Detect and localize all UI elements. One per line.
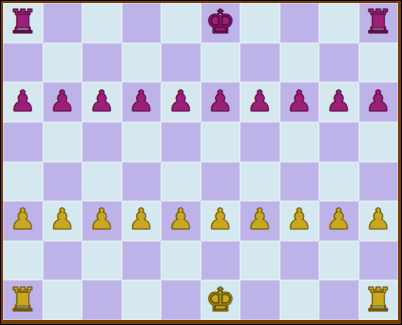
purple-pawn-piece[interactable]: ♟ bbox=[89, 87, 115, 116]
board-frame: ♜♚♜♟♟♟♟♟♟♟♟♟♟♟♟♟♟♟♟♟♟♟♟♜♚♜ bbox=[0, 0, 402, 325]
square-a1[interactable]: ♜ bbox=[3, 280, 43, 320]
square-b2[interactable] bbox=[43, 241, 83, 281]
square-c1[interactable] bbox=[82, 280, 122, 320]
square-a6[interactable]: ♟ bbox=[3, 82, 43, 122]
square-f5[interactable] bbox=[201, 122, 241, 162]
square-j6[interactable]: ♟ bbox=[359, 82, 399, 122]
square-b7[interactable] bbox=[43, 43, 83, 83]
square-i7[interactable] bbox=[319, 43, 359, 83]
square-c7[interactable] bbox=[82, 43, 122, 83]
square-j8[interactable]: ♜ bbox=[359, 3, 399, 43]
purple-king-piece[interactable]: ♚ bbox=[205, 5, 235, 38]
gold-pawn-piece[interactable]: ♟ bbox=[168, 205, 194, 234]
square-f6[interactable]: ♟ bbox=[201, 82, 241, 122]
gold-pawn-piece[interactable]: ♟ bbox=[247, 205, 273, 234]
square-g7[interactable] bbox=[240, 43, 280, 83]
square-b4[interactable] bbox=[43, 162, 83, 202]
gold-pawn-piece[interactable]: ♟ bbox=[365, 205, 391, 234]
square-d3[interactable]: ♟ bbox=[122, 201, 162, 241]
purple-pawn-piece[interactable]: ♟ bbox=[365, 87, 391, 116]
square-d6[interactable]: ♟ bbox=[122, 82, 162, 122]
square-d2[interactable] bbox=[122, 241, 162, 281]
square-i3[interactable]: ♟ bbox=[319, 201, 359, 241]
square-f8[interactable]: ♚ bbox=[201, 3, 241, 43]
square-g3[interactable]: ♟ bbox=[240, 201, 280, 241]
square-c5[interactable] bbox=[82, 122, 122, 162]
square-i5[interactable] bbox=[319, 122, 359, 162]
square-d5[interactable] bbox=[122, 122, 162, 162]
square-f1[interactable]: ♚ bbox=[201, 280, 241, 320]
square-a5[interactable] bbox=[3, 122, 43, 162]
square-j5[interactable] bbox=[359, 122, 399, 162]
square-g6[interactable]: ♟ bbox=[240, 82, 280, 122]
square-h2[interactable] bbox=[280, 241, 320, 281]
square-f2[interactable] bbox=[201, 241, 241, 281]
square-e8[interactable] bbox=[161, 3, 201, 43]
purple-pawn-piece[interactable]: ♟ bbox=[10, 87, 36, 116]
purple-pawn-piece[interactable]: ♟ bbox=[207, 87, 233, 116]
square-d1[interactable] bbox=[122, 280, 162, 320]
square-e7[interactable] bbox=[161, 43, 201, 83]
square-i8[interactable] bbox=[319, 3, 359, 43]
square-e5[interactable] bbox=[161, 122, 201, 162]
square-j3[interactable]: ♟ bbox=[359, 201, 399, 241]
square-c8[interactable] bbox=[82, 3, 122, 43]
square-g8[interactable] bbox=[240, 3, 280, 43]
square-d4[interactable] bbox=[122, 162, 162, 202]
square-a2[interactable] bbox=[3, 241, 43, 281]
square-g1[interactable] bbox=[240, 280, 280, 320]
square-h7[interactable] bbox=[280, 43, 320, 83]
square-i4[interactable] bbox=[319, 162, 359, 202]
square-a8[interactable]: ♜ bbox=[3, 3, 43, 43]
gold-pawn-piece[interactable]: ♟ bbox=[286, 205, 312, 234]
square-b1[interactable] bbox=[43, 280, 83, 320]
gold-pawn-piece[interactable]: ♟ bbox=[10, 205, 36, 234]
board-grid: ♜♚♜♟♟♟♟♟♟♟♟♟♟♟♟♟♟♟♟♟♟♟♟♜♚♜ bbox=[3, 3, 398, 320]
square-i2[interactable] bbox=[319, 241, 359, 281]
gold-rook-piece[interactable]: ♜ bbox=[8, 283, 38, 316]
square-c4[interactable] bbox=[82, 162, 122, 202]
square-h4[interactable] bbox=[280, 162, 320, 202]
square-e3[interactable]: ♟ bbox=[161, 201, 201, 241]
square-a3[interactable]: ♟ bbox=[3, 201, 43, 241]
purple-pawn-piece[interactable]: ♟ bbox=[286, 87, 312, 116]
square-e2[interactable] bbox=[161, 241, 201, 281]
square-e4[interactable] bbox=[161, 162, 201, 202]
square-a7[interactable] bbox=[3, 43, 43, 83]
purple-rook-piece[interactable]: ♜ bbox=[8, 5, 38, 38]
purple-pawn-piece[interactable]: ♟ bbox=[168, 87, 194, 116]
gold-pawn-piece[interactable]: ♟ bbox=[49, 205, 75, 234]
gold-pawn-piece[interactable]: ♟ bbox=[89, 205, 115, 234]
square-d7[interactable] bbox=[122, 43, 162, 83]
square-h3[interactable]: ♟ bbox=[280, 201, 320, 241]
square-f3[interactable]: ♟ bbox=[201, 201, 241, 241]
gold-pawn-piece[interactable]: ♟ bbox=[128, 205, 154, 234]
square-e1[interactable] bbox=[161, 280, 201, 320]
square-b8[interactable] bbox=[43, 3, 83, 43]
gold-pawn-piece[interactable]: ♟ bbox=[326, 205, 352, 234]
square-i6[interactable]: ♟ bbox=[319, 82, 359, 122]
square-j2[interactable] bbox=[359, 241, 399, 281]
square-e6[interactable]: ♟ bbox=[161, 82, 201, 122]
square-i1[interactable] bbox=[319, 280, 359, 320]
square-c3[interactable]: ♟ bbox=[82, 201, 122, 241]
square-b5[interactable] bbox=[43, 122, 83, 162]
purple-pawn-piece[interactable]: ♟ bbox=[128, 87, 154, 116]
square-h5[interactable] bbox=[280, 122, 320, 162]
square-d8[interactable] bbox=[122, 3, 162, 43]
square-j1[interactable]: ♜ bbox=[359, 280, 399, 320]
square-j4[interactable] bbox=[359, 162, 399, 202]
square-c6[interactable]: ♟ bbox=[82, 82, 122, 122]
square-b3[interactable]: ♟ bbox=[43, 201, 83, 241]
square-h6[interactable]: ♟ bbox=[280, 82, 320, 122]
square-b6[interactable]: ♟ bbox=[43, 82, 83, 122]
purple-pawn-piece[interactable]: ♟ bbox=[326, 87, 352, 116]
square-f7[interactable] bbox=[201, 43, 241, 83]
square-g5[interactable] bbox=[240, 122, 280, 162]
gold-king-piece[interactable]: ♚ bbox=[205, 283, 235, 316]
square-g4[interactable] bbox=[240, 162, 280, 202]
square-c2[interactable] bbox=[82, 241, 122, 281]
square-h1[interactable] bbox=[280, 280, 320, 320]
gold-pawn-piece[interactable]: ♟ bbox=[207, 205, 233, 234]
gold-rook-piece[interactable]: ♜ bbox=[363, 283, 393, 316]
square-a4[interactable] bbox=[3, 162, 43, 202]
square-g2[interactable] bbox=[240, 241, 280, 281]
square-j7[interactable] bbox=[359, 43, 399, 83]
square-f4[interactable] bbox=[201, 162, 241, 202]
purple-pawn-piece[interactable]: ♟ bbox=[49, 87, 75, 116]
purple-pawn-piece[interactable]: ♟ bbox=[247, 87, 273, 116]
purple-rook-piece[interactable]: ♜ bbox=[363, 5, 393, 38]
square-h8[interactable] bbox=[280, 3, 320, 43]
